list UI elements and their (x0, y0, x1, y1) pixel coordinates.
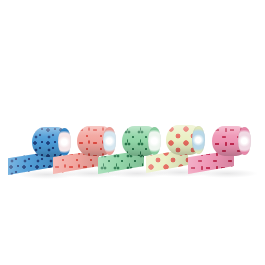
roll-end-cap (238, 127, 251, 155)
product-photo (0, 0, 265, 265)
bandage-roll (194, 125, 264, 181)
